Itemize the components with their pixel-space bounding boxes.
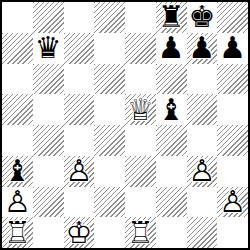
square-h4[interactable] (217, 125, 248, 156)
square-h6[interactable] (217, 64, 248, 95)
white-pawn-glyph: ♙ (187, 156, 218, 187)
square-f5[interactable]: ♝ (156, 94, 187, 125)
square-f4[interactable] (156, 125, 187, 156)
square-f7[interactable]: ♟ (156, 33, 187, 64)
piece-black-bishop[interactable]: ♝ (2, 156, 33, 187)
square-e4[interactable] (125, 125, 156, 156)
piece-white-pawn[interactable]: ♟♙ (217, 187, 248, 218)
square-f6[interactable] (156, 64, 187, 95)
square-a5[interactable] (2, 94, 33, 125)
white-rook-glyph: ♖ (125, 217, 156, 248)
square-d3[interactable] (94, 156, 125, 187)
piece-white-pawn[interactable]: ♟♙ (187, 156, 218, 187)
square-e8[interactable] (125, 2, 156, 33)
square-h8[interactable] (217, 2, 248, 33)
white-pawn-glyph: ♙ (217, 187, 248, 218)
white-pawn-glyph: ♙ (64, 156, 95, 187)
square-f2[interactable] (156, 187, 187, 218)
square-a6[interactable] (2, 64, 33, 95)
piece-black-pawn[interactable]: ♟ (187, 33, 218, 64)
white-king-glyph: ♔ (64, 217, 95, 248)
square-b8[interactable] (33, 2, 64, 33)
piece-white-rook[interactable]: ♜♖ (125, 217, 156, 248)
square-d6[interactable] (94, 64, 125, 95)
square-f3[interactable] (156, 156, 187, 187)
piece-black-queen[interactable]: ♛ (33, 33, 64, 64)
square-d7[interactable] (94, 33, 125, 64)
piece-black-pawn[interactable]: ♟ (156, 33, 187, 64)
square-b1[interactable] (33, 217, 64, 248)
square-a2[interactable]: ♟♙ (2, 187, 33, 218)
piece-black-bishop[interactable]: ♝ (156, 94, 187, 125)
square-g7[interactable]: ♟ (187, 33, 218, 64)
square-b3[interactable] (33, 156, 64, 187)
square-g3[interactable]: ♟♙ (187, 156, 218, 187)
square-c3[interactable]: ♟♙ (64, 156, 95, 187)
square-h1[interactable] (217, 217, 248, 248)
square-c2[interactable] (64, 187, 95, 218)
square-h3[interactable] (217, 156, 248, 187)
square-b4[interactable] (33, 125, 64, 156)
square-h2[interactable]: ♟♙ (217, 187, 248, 218)
square-f1[interactable] (156, 217, 187, 248)
square-c5[interactable] (64, 94, 95, 125)
white-pawn-glyph: ♙ (2, 187, 33, 218)
chess-board: ♜♚♛♟♟♟♛♕♝♝♟♙♟♙♟♙♟♙♜♖♚♔♜♖ (0, 0, 250, 250)
square-e5[interactable]: ♛♕ (125, 94, 156, 125)
square-e3[interactable] (125, 156, 156, 187)
square-d8[interactable] (94, 2, 125, 33)
square-h5[interactable] (217, 94, 248, 125)
square-a3[interactable]: ♝ (2, 156, 33, 187)
white-rook-glyph: ♖ (2, 217, 33, 248)
square-g4[interactable] (187, 125, 218, 156)
piece-white-rook[interactable]: ♜♖ (2, 217, 33, 248)
square-c1[interactable]: ♚♔ (64, 217, 95, 248)
square-e2[interactable] (125, 187, 156, 218)
piece-white-queen[interactable]: ♛♕ (125, 94, 156, 125)
piece-white-king[interactable]: ♚♔ (64, 217, 95, 248)
piece-white-pawn[interactable]: ♟♙ (64, 156, 95, 187)
piece-black-rook[interactable]: ♜ (156, 2, 187, 33)
square-d4[interactable] (94, 125, 125, 156)
piece-white-pawn[interactable]: ♟♙ (2, 187, 33, 218)
square-h7[interactable]: ♟ (217, 33, 248, 64)
square-g2[interactable] (187, 187, 218, 218)
square-c7[interactable] (64, 33, 95, 64)
square-b2[interactable] (33, 187, 64, 218)
square-a8[interactable] (2, 2, 33, 33)
square-c6[interactable] (64, 64, 95, 95)
piece-black-pawn[interactable]: ♟ (217, 33, 248, 64)
square-b7[interactable]: ♛ (33, 33, 64, 64)
square-d5[interactable] (94, 94, 125, 125)
square-d2[interactable] (94, 187, 125, 218)
square-g6[interactable] (187, 64, 218, 95)
square-g5[interactable] (187, 94, 218, 125)
piece-black-king[interactable]: ♚ (187, 2, 218, 33)
square-g8[interactable]: ♚ (187, 2, 218, 33)
square-e7[interactable] (125, 33, 156, 64)
square-e1[interactable]: ♜♖ (125, 217, 156, 248)
square-b6[interactable] (33, 64, 64, 95)
square-g1[interactable] (187, 217, 218, 248)
square-d1[interactable] (94, 217, 125, 248)
square-f8[interactable]: ♜ (156, 2, 187, 33)
square-c8[interactable] (64, 2, 95, 33)
square-c4[interactable] (64, 125, 95, 156)
square-a4[interactable] (2, 125, 33, 156)
square-b5[interactable] (33, 94, 64, 125)
white-queen-glyph: ♕ (125, 94, 156, 125)
square-a1[interactable]: ♜♖ (2, 217, 33, 248)
square-e6[interactable] (125, 64, 156, 95)
square-a7[interactable] (2, 33, 33, 64)
